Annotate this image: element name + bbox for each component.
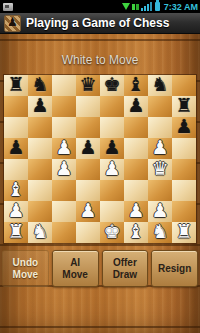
black-king-piece: ♚ <box>103 74 120 95</box>
square-g3[interactable] <box>148 180 172 201</box>
square-f2[interactable]: ♟ <box>124 201 148 222</box>
square-b8[interactable]: ♞ <box>28 75 52 96</box>
white-queen-piece: ♛ <box>151 158 168 179</box>
white-rook-piece: ♜ <box>7 221 24 242</box>
black-pawn-piece: ♟ <box>175 116 192 137</box>
white-pawn-piece: ♟ <box>127 200 144 221</box>
square-d5[interactable]: ♟ <box>76 138 100 159</box>
white-king-piece: ♚ <box>103 221 120 242</box>
offer-draw-button[interactable]: Offer Draw <box>102 250 149 287</box>
square-a2[interactable]: ♟ <box>4 201 28 222</box>
square-b7[interactable]: ♟ <box>28 96 52 117</box>
undo-move-button[interactable]: Undo Move <box>2 250 49 287</box>
square-h6[interactable]: ♟ <box>172 117 196 138</box>
square-g8[interactable]: ♞ <box>148 75 172 96</box>
square-b5[interactable] <box>28 138 52 159</box>
resign-button[interactable]: Resign <box>151 250 198 287</box>
black-pawn-piece: ♟ <box>7 137 24 158</box>
square-b4[interactable] <box>28 159 52 180</box>
white-bishop-piece: ♝ <box>7 179 24 200</box>
white-pawn-piece: ♟ <box>103 158 120 179</box>
notification-icon <box>3 3 13 11</box>
white-pawn-piece: ♟ <box>79 200 96 221</box>
square-e2[interactable] <box>100 201 124 222</box>
black-rook-piece: ♜ <box>7 74 24 95</box>
square-c6[interactable] <box>52 117 76 138</box>
square-g5[interactable]: ♟ <box>148 138 172 159</box>
chess-board[interactable]: ♜♞♛♚♝♞♟♟♜♟♟♟♟♟♟♟♟♛♝♟♟♟♟♜♞♚♝♞♜ <box>4 75 196 243</box>
app-title: Playing a Game of Chess <box>26 16 169 30</box>
square-c7[interactable] <box>52 96 76 117</box>
square-e6[interactable] <box>100 117 124 138</box>
status-bar: 7:32 AM <box>0 0 200 13</box>
square-g7[interactable] <box>148 96 172 117</box>
square-g1[interactable]: ♞ <box>148 222 172 243</box>
square-h4[interactable] <box>172 159 196 180</box>
black-knight-piece: ♞ <box>151 74 168 95</box>
square-e5[interactable]: ♟ <box>100 138 124 159</box>
black-pawn-piece: ♟ <box>31 95 48 116</box>
square-h2[interactable] <box>172 201 196 222</box>
black-rook-piece: ♜ <box>175 95 192 116</box>
square-a4[interactable] <box>4 159 28 180</box>
black-bishop-piece: ♝ <box>127 74 144 95</box>
square-c3[interactable] <box>52 180 76 201</box>
square-h8[interactable] <box>172 75 196 96</box>
square-e3[interactable] <box>100 180 124 201</box>
white-knight-piece: ♞ <box>31 221 48 242</box>
square-d6[interactable] <box>76 117 100 138</box>
square-d3[interactable] <box>76 180 100 201</box>
white-bishop-piece: ♝ <box>127 221 144 242</box>
square-e4[interactable]: ♟ <box>100 159 124 180</box>
phone-screen: 7:32 AM ♟ Playing a Game of Chess White … <box>0 0 200 333</box>
square-b3[interactable] <box>28 180 52 201</box>
square-a5[interactable]: ♟ <box>4 138 28 159</box>
square-f5[interactable] <box>124 138 148 159</box>
square-e8[interactable]: ♚ <box>100 75 124 96</box>
square-a3[interactable]: ♝ <box>4 180 28 201</box>
square-b1[interactable]: ♞ <box>28 222 52 243</box>
square-c1[interactable] <box>52 222 76 243</box>
square-d4[interactable] <box>76 159 100 180</box>
square-f6[interactable] <box>124 117 148 138</box>
black-queen-piece: ♛ <box>79 74 96 95</box>
square-f1[interactable]: ♝ <box>124 222 148 243</box>
black-pawn-piece: ♟ <box>79 137 96 158</box>
black-pawn-piece: ♟ <box>103 137 120 158</box>
turn-indicator: White to Move <box>0 53 200 67</box>
ai-move-button[interactable]: AI Move <box>52 250 99 287</box>
square-d2[interactable]: ♟ <box>76 201 100 222</box>
square-d8[interactable]: ♛ <box>76 75 100 96</box>
square-f7[interactable]: ♟ <box>124 96 148 117</box>
square-b2[interactable] <box>28 201 52 222</box>
black-knight-piece: ♞ <box>31 74 48 95</box>
white-pawn-piece: ♟ <box>55 158 72 179</box>
square-h7[interactable]: ♜ <box>172 96 196 117</box>
square-d7[interactable] <box>76 96 100 117</box>
square-g2[interactable]: ♟ <box>148 201 172 222</box>
square-h5[interactable] <box>172 138 196 159</box>
square-a8[interactable]: ♜ <box>4 75 28 96</box>
data-activity-icon <box>132 3 139 11</box>
square-f8[interactable]: ♝ <box>124 75 148 96</box>
square-a1[interactable]: ♜ <box>4 222 28 243</box>
square-g4[interactable]: ♛ <box>148 159 172 180</box>
square-c2[interactable] <box>52 201 76 222</box>
square-a6[interactable] <box>4 117 28 138</box>
square-f4[interactable] <box>124 159 148 180</box>
square-c4[interactable]: ♟ <box>52 159 76 180</box>
white-rook-piece: ♜ <box>175 221 192 242</box>
title-bar: ♟ Playing a Game of Chess <box>0 13 200 34</box>
square-c8[interactable] <box>52 75 76 96</box>
square-c5[interactable]: ♟ <box>52 138 76 159</box>
black-pawn-piece: ♟ <box>127 95 144 116</box>
app-icon: ♟ <box>4 15 21 32</box>
white-pawn-piece: ♟ <box>7 200 24 221</box>
square-e7[interactable] <box>100 96 124 117</box>
battery-icon <box>155 2 160 11</box>
square-b6[interactable] <box>28 117 52 138</box>
white-pawn-piece: ♟ <box>151 200 168 221</box>
white-pawn-piece: ♟ <box>151 137 168 158</box>
square-e1[interactable]: ♚ <box>100 222 124 243</box>
signal-strength-icon <box>141 2 152 11</box>
wifi-icon <box>122 3 130 10</box>
square-h3[interactable] <box>172 180 196 201</box>
square-g6[interactable] <box>148 117 172 138</box>
square-f3[interactable] <box>124 180 148 201</box>
square-d1[interactable] <box>76 222 100 243</box>
status-clock: 7:32 AM <box>164 2 198 12</box>
white-pawn-piece: ♟ <box>55 137 72 158</box>
square-a7[interactable] <box>4 96 28 117</box>
white-knight-piece: ♞ <box>151 221 168 242</box>
square-h1[interactable]: ♜ <box>172 222 196 243</box>
action-button-row: Undo Move AI Move Offer Draw Resign <box>0 250 200 287</box>
